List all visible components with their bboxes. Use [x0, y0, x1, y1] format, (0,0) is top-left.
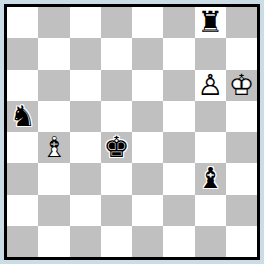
square-b8[interactable] [38, 7, 69, 38]
square-b5[interactable] [38, 101, 69, 132]
square-a7[interactable] [7, 38, 38, 69]
square-g7[interactable] [195, 38, 226, 69]
square-d6[interactable] [101, 70, 132, 101]
square-c6[interactable] [70, 70, 101, 101]
white-bishop-icon: ♝♗ [38, 132, 69, 163]
square-d5[interactable] [101, 101, 132, 132]
square-a6[interactable] [7, 70, 38, 101]
chessboard-frame: ♜♟♙♚♔♞♝♗♚♝ [4, 4, 260, 260]
square-d1[interactable] [101, 226, 132, 257]
square-e8[interactable] [132, 7, 163, 38]
square-e3[interactable] [132, 163, 163, 194]
white-pawn-icon: ♟♙ [195, 70, 226, 101]
square-c3[interactable] [70, 163, 101, 194]
square-e2[interactable] [132, 195, 163, 226]
white-pawn-outline: ♙ [195, 70, 226, 101]
square-g1[interactable] [195, 226, 226, 257]
square-b7[interactable] [38, 38, 69, 69]
square-h7[interactable] [226, 38, 257, 69]
square-a8[interactable] [7, 7, 38, 38]
square-h6[interactable]: ♚♔ [226, 70, 257, 101]
square-d8[interactable] [101, 7, 132, 38]
square-f3[interactable] [163, 163, 194, 194]
square-c4[interactable] [70, 132, 101, 163]
square-a1[interactable] [7, 226, 38, 257]
square-h8[interactable] [226, 7, 257, 38]
square-f2[interactable] [163, 195, 194, 226]
square-e7[interactable] [132, 38, 163, 69]
square-f1[interactable] [163, 226, 194, 257]
square-g6[interactable]: ♟♙ [195, 70, 226, 101]
black-knight-icon: ♞ [7, 101, 38, 132]
square-e1[interactable] [132, 226, 163, 257]
square-e6[interactable] [132, 70, 163, 101]
square-h1[interactable] [226, 226, 257, 257]
square-c5[interactable] [70, 101, 101, 132]
black-king-glyph: ♚ [101, 132, 132, 163]
black-rook-icon: ♜ [195, 7, 226, 38]
square-f8[interactable] [163, 7, 194, 38]
black-bishop-glyph: ♝ [195, 163, 226, 194]
square-h3[interactable] [226, 163, 257, 194]
white-king-icon: ♚♔ [226, 70, 257, 101]
square-d7[interactable] [101, 38, 132, 69]
square-h4[interactable] [226, 132, 257, 163]
square-f5[interactable] [163, 101, 194, 132]
black-bishop-icon: ♝ [195, 163, 226, 194]
square-a5[interactable]: ♞ [7, 101, 38, 132]
square-g5[interactable] [195, 101, 226, 132]
square-h2[interactable] [226, 195, 257, 226]
square-a4[interactable] [7, 132, 38, 163]
square-g8[interactable]: ♜ [195, 7, 226, 38]
square-d3[interactable] [101, 163, 132, 194]
square-f7[interactable] [163, 38, 194, 69]
square-f4[interactable] [163, 132, 194, 163]
black-knight-glyph: ♞ [7, 101, 38, 132]
chessboard: ♜♟♙♚♔♞♝♗♚♝ [7, 7, 257, 257]
square-b2[interactable] [38, 195, 69, 226]
square-e5[interactable] [132, 101, 163, 132]
square-c8[interactable] [70, 7, 101, 38]
square-e4[interactable] [132, 132, 163, 163]
black-rook-glyph: ♜ [195, 7, 226, 38]
square-g3[interactable]: ♝ [195, 163, 226, 194]
square-c1[interactable] [70, 226, 101, 257]
white-bishop-outline: ♗ [38, 132, 69, 163]
square-h5[interactable] [226, 101, 257, 132]
white-king-outline: ♔ [226, 70, 257, 101]
square-b1[interactable] [38, 226, 69, 257]
black-king-icon: ♚ [101, 132, 132, 163]
square-b3[interactable] [38, 163, 69, 194]
square-b4[interactable]: ♝♗ [38, 132, 69, 163]
square-d2[interactable] [101, 195, 132, 226]
square-c2[interactable] [70, 195, 101, 226]
square-c7[interactable] [70, 38, 101, 69]
square-a2[interactable] [7, 195, 38, 226]
square-d4[interactable]: ♚ [101, 132, 132, 163]
square-g4[interactable] [195, 132, 226, 163]
square-g2[interactable] [195, 195, 226, 226]
square-f6[interactable] [163, 70, 194, 101]
square-a3[interactable] [7, 163, 38, 194]
square-b6[interactable] [38, 70, 69, 101]
